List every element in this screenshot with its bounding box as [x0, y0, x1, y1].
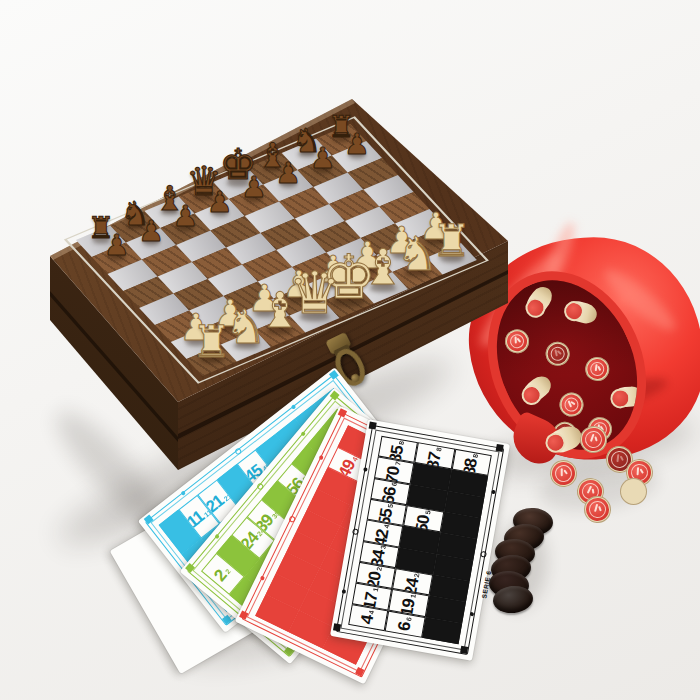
piece-black-pawn-h7[interactable]: ♟	[344, 130, 370, 159]
card-corner-mark	[369, 421, 377, 429]
piece-black-pawn-a7[interactable]: ♟	[104, 232, 130, 261]
piece-black-pawn-f7[interactable]: ♟	[275, 159, 301, 188]
card-corner-mark	[460, 646, 468, 654]
lotto-barrel	[583, 495, 612, 524]
card-corner-mark	[333, 623, 341, 631]
lotto-barrel	[547, 457, 579, 489]
product-photo-game-set: ♜♞♝♛♚♝♞♜♟♟♟♟♟♟♟♟♟♟♟♟♟♟♟♟♜♞♝♛♚♝♞♜ 4545212…	[0, 0, 700, 700]
piece-black-pawn-b7[interactable]: ♟	[138, 217, 164, 246]
card-number: 44	[357, 609, 379, 627]
card-corner-mark	[496, 444, 504, 452]
piece-white-rook-a1[interactable]: ♜	[192, 320, 231, 364]
piece-black-pawn-c7[interactable]: ♟	[172, 203, 198, 232]
card-dot-mark	[480, 551, 487, 558]
barrel-face	[610, 388, 631, 409]
lotto-barrel	[620, 478, 647, 505]
card-dot-mark	[351, 528, 358, 535]
lotto-barrel	[613, 386, 644, 408]
card-dot-mark	[470, 611, 475, 616]
card-number: 66	[394, 615, 416, 633]
piece-black-pawn-g7[interactable]: ♟	[310, 145, 336, 174]
card-number: 22	[211, 562, 236, 586]
piece-black-pawn-d7[interactable]: ♟	[207, 188, 233, 217]
piece-black-pawn-e7[interactable]: ♟	[241, 174, 267, 203]
card-dot-mark	[341, 589, 346, 594]
